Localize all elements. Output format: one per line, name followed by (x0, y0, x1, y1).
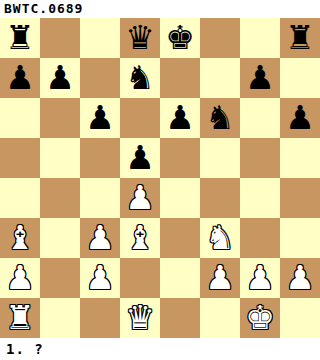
piece-black-pawn[interactable]: ♟ (125, 138, 155, 178)
square-e3[interactable] (160, 218, 200, 258)
square-b5[interactable] (40, 138, 80, 178)
piece-white-bishop[interactable]: ♝ (5, 218, 35, 258)
square-e5[interactable] (160, 138, 200, 178)
square-a7[interactable]: ♟ (0, 58, 40, 98)
square-d5[interactable]: ♟ (120, 138, 160, 178)
piece-black-king[interactable]: ♚ (165, 18, 195, 58)
chess-board: ♜♛♚♜♟♟♞♟♟♟♞♟♟♟♝♟♝♞♟♟♟♟♟♜♛♚ (0, 18, 320, 338)
square-a6[interactable] (0, 98, 40, 138)
square-a8[interactable]: ♜ (0, 18, 40, 58)
square-f6[interactable]: ♞ (200, 98, 240, 138)
square-f3[interactable]: ♞ (200, 218, 240, 258)
square-a3[interactable]: ♝ (0, 218, 40, 258)
square-b2[interactable] (40, 258, 80, 298)
square-c8[interactable] (80, 18, 120, 58)
square-c4[interactable] (80, 178, 120, 218)
piece-white-knight[interactable]: ♞ (205, 218, 235, 258)
square-f7[interactable] (200, 58, 240, 98)
square-e1[interactable] (160, 298, 200, 338)
square-d7[interactable]: ♞ (120, 58, 160, 98)
piece-black-queen[interactable]: ♛ (125, 18, 155, 58)
square-h2[interactable]: ♟ (280, 258, 320, 298)
piece-white-pawn[interactable]: ♟ (205, 258, 235, 298)
square-f1[interactable] (200, 298, 240, 338)
piece-black-knight[interactable]: ♞ (125, 58, 155, 98)
piece-black-knight[interactable]: ♞ (205, 98, 235, 138)
square-g4[interactable] (240, 178, 280, 218)
square-h8[interactable]: ♜ (280, 18, 320, 58)
square-g8[interactable] (240, 18, 280, 58)
piece-black-pawn[interactable]: ♟ (245, 58, 275, 98)
square-g3[interactable] (240, 218, 280, 258)
square-b1[interactable] (40, 298, 80, 338)
square-b7[interactable]: ♟ (40, 58, 80, 98)
square-d1[interactable]: ♛ (120, 298, 160, 338)
square-a4[interactable] (0, 178, 40, 218)
piece-white-pawn[interactable]: ♟ (285, 258, 315, 298)
square-c2[interactable]: ♟ (80, 258, 120, 298)
square-h7[interactable] (280, 58, 320, 98)
square-a1[interactable]: ♜ (0, 298, 40, 338)
square-g5[interactable] (240, 138, 280, 178)
square-h5[interactable] (280, 138, 320, 178)
square-d6[interactable] (120, 98, 160, 138)
square-e8[interactable]: ♚ (160, 18, 200, 58)
piece-white-king[interactable]: ♚ (245, 298, 275, 338)
piece-black-pawn[interactable]: ♟ (285, 98, 315, 138)
title-bar: BWTC.0689 (0, 0, 320, 18)
square-c5[interactable] (80, 138, 120, 178)
move-prompt: 1. ? (6, 341, 44, 357)
square-f4[interactable] (200, 178, 240, 218)
square-h6[interactable]: ♟ (280, 98, 320, 138)
piece-white-rook[interactable]: ♜ (5, 298, 35, 338)
square-g7[interactable]: ♟ (240, 58, 280, 98)
square-h3[interactable] (280, 218, 320, 258)
piece-black-pawn[interactable]: ♟ (5, 58, 35, 98)
piece-white-pawn[interactable]: ♟ (85, 258, 115, 298)
square-g6[interactable] (240, 98, 280, 138)
square-b3[interactable] (40, 218, 80, 258)
piece-white-queen[interactable]: ♛ (125, 298, 155, 338)
move-bar: 1. ? (0, 338, 320, 360)
square-b6[interactable] (40, 98, 80, 138)
square-h4[interactable] (280, 178, 320, 218)
square-g1[interactable]: ♚ (240, 298, 280, 338)
chess-puzzle-app: BWTC.0689 ♜♛♚♜♟♟♞♟♟♟♞♟♟♟♝♟♝♞♟♟♟♟♟♜♛♚ 1. … (0, 0, 320, 360)
square-f2[interactable]: ♟ (200, 258, 240, 298)
square-g2[interactable]: ♟ (240, 258, 280, 298)
square-e4[interactable] (160, 178, 200, 218)
square-c1[interactable] (80, 298, 120, 338)
square-f5[interactable] (200, 138, 240, 178)
page-title: BWTC.0689 (4, 0, 83, 18)
square-d8[interactable]: ♛ (120, 18, 160, 58)
square-c3[interactable]: ♟ (80, 218, 120, 258)
piece-white-pawn[interactable]: ♟ (245, 258, 275, 298)
square-e7[interactable] (160, 58, 200, 98)
piece-black-rook[interactable]: ♜ (5, 18, 35, 58)
piece-white-bishop[interactable]: ♝ (125, 218, 155, 258)
square-f8[interactable] (200, 18, 240, 58)
square-e6[interactable]: ♟ (160, 98, 200, 138)
square-a5[interactable] (0, 138, 40, 178)
square-b4[interactable] (40, 178, 80, 218)
square-a2[interactable]: ♟ (0, 258, 40, 298)
square-e2[interactable] (160, 258, 200, 298)
square-d4[interactable]: ♟ (120, 178, 160, 218)
square-h1[interactable] (280, 298, 320, 338)
square-d2[interactable] (120, 258, 160, 298)
piece-black-rook[interactable]: ♜ (285, 18, 315, 58)
square-d3[interactable]: ♝ (120, 218, 160, 258)
piece-white-pawn[interactable]: ♟ (5, 258, 35, 298)
square-c6[interactable]: ♟ (80, 98, 120, 138)
piece-black-pawn[interactable]: ♟ (45, 58, 75, 98)
piece-white-pawn[interactable]: ♟ (85, 218, 115, 258)
square-c7[interactable] (80, 58, 120, 98)
piece-black-pawn[interactable]: ♟ (85, 98, 115, 138)
piece-black-pawn[interactable]: ♟ (165, 98, 195, 138)
piece-white-pawn[interactable]: ♟ (125, 178, 155, 218)
square-b8[interactable] (40, 18, 80, 58)
